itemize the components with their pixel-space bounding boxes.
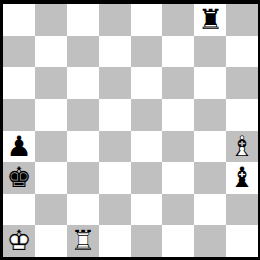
- square-c6[interactable]: [67, 67, 99, 99]
- white-bishop-outline: ♗: [226, 131, 258, 163]
- square-c1[interactable]: ♜♖: [67, 225, 99, 257]
- square-f7[interactable]: [162, 36, 194, 68]
- black-king-glyph: ♚: [3, 162, 35, 194]
- square-a2[interactable]: [3, 194, 35, 226]
- square-g7[interactable]: [194, 36, 226, 68]
- square-g3[interactable]: [194, 162, 226, 194]
- square-f4[interactable]: [162, 131, 194, 163]
- square-g2[interactable]: [194, 194, 226, 226]
- square-b7[interactable]: [35, 36, 67, 68]
- square-e3[interactable]: [131, 162, 163, 194]
- square-a3[interactable]: ♚: [3, 162, 35, 194]
- black-pawn-glyph: ♟: [3, 131, 35, 163]
- square-e6[interactable]: [131, 67, 163, 99]
- square-h3[interactable]: ♝: [226, 162, 258, 194]
- white-bishop[interactable]: ♝♗: [226, 131, 258, 163]
- square-d1[interactable]: [99, 225, 131, 257]
- square-h1[interactable]: [226, 225, 258, 257]
- square-e1[interactable]: [131, 225, 163, 257]
- square-a4[interactable]: ♟: [3, 131, 35, 163]
- square-d8[interactable]: [99, 4, 131, 36]
- white-rook-outline: ♖: [67, 225, 99, 257]
- square-b2[interactable]: [35, 194, 67, 226]
- square-b6[interactable]: [35, 67, 67, 99]
- square-e5[interactable]: [131, 99, 163, 131]
- square-a5[interactable]: [3, 99, 35, 131]
- square-a7[interactable]: [3, 36, 35, 68]
- square-f6[interactable]: [162, 67, 194, 99]
- square-e4[interactable]: [131, 131, 163, 163]
- square-a6[interactable]: [3, 67, 35, 99]
- square-c7[interactable]: [67, 36, 99, 68]
- square-h4[interactable]: ♝♗: [226, 131, 258, 163]
- square-b8[interactable]: [35, 4, 67, 36]
- square-h5[interactable]: [226, 99, 258, 131]
- square-g5[interactable]: [194, 99, 226, 131]
- square-b5[interactable]: [35, 99, 67, 131]
- black-rook-glyph: ♜: [194, 4, 226, 36]
- square-d3[interactable]: [99, 162, 131, 194]
- square-f1[interactable]: [162, 225, 194, 257]
- square-f2[interactable]: [162, 194, 194, 226]
- square-c8[interactable]: [67, 4, 99, 36]
- square-e2[interactable]: [131, 194, 163, 226]
- square-c4[interactable]: [67, 131, 99, 163]
- black-king[interactable]: ♚: [3, 162, 35, 194]
- square-d7[interactable]: [99, 36, 131, 68]
- chessboard: ♜♟♝♗♚♝♚♔♜♖: [0, 0, 260, 260]
- square-c2[interactable]: [67, 194, 99, 226]
- square-a1[interactable]: ♚♔: [3, 225, 35, 257]
- square-g6[interactable]: [194, 67, 226, 99]
- square-b1[interactable]: [35, 225, 67, 257]
- square-e7[interactable]: [131, 36, 163, 68]
- square-h6[interactable]: [226, 67, 258, 99]
- square-h8[interactable]: [226, 4, 258, 36]
- square-d2[interactable]: [99, 194, 131, 226]
- square-d6[interactable]: [99, 67, 131, 99]
- square-c3[interactable]: [67, 162, 99, 194]
- square-d4[interactable]: [99, 131, 131, 163]
- square-b3[interactable]: [35, 162, 67, 194]
- square-c5[interactable]: [67, 99, 99, 131]
- square-h2[interactable]: [226, 194, 258, 226]
- square-d5[interactable]: [99, 99, 131, 131]
- white-king-outline: ♔: [3, 225, 35, 257]
- square-g1[interactable]: [194, 225, 226, 257]
- square-e8[interactable]: [131, 4, 163, 36]
- square-g8[interactable]: ♜: [194, 4, 226, 36]
- square-b4[interactable]: [35, 131, 67, 163]
- black-bishop[interactable]: ♝: [226, 162, 258, 194]
- square-f8[interactable]: [162, 4, 194, 36]
- square-a8[interactable]: [3, 4, 35, 36]
- black-pawn[interactable]: ♟: [3, 131, 35, 163]
- black-bishop-glyph: ♝: [226, 162, 258, 194]
- white-rook[interactable]: ♜♖: [67, 225, 99, 257]
- square-h7[interactable]: [226, 36, 258, 68]
- square-f5[interactable]: [162, 99, 194, 131]
- black-rook[interactable]: ♜: [194, 4, 226, 36]
- white-king[interactable]: ♚♔: [3, 225, 35, 257]
- chess-diagram: ♜♟♝♗♚♝♚♔♜♖: [0, 0, 260, 260]
- square-f3[interactable]: [162, 162, 194, 194]
- square-g4[interactable]: [194, 131, 226, 163]
